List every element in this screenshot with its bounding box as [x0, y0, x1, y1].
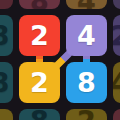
tile-value: 4	[77, 0, 96, 9]
game-board[interactable]: 848242828482	[0, 0, 120, 120]
tile-value: 8	[30, 0, 49, 9]
tile-value: 2	[30, 69, 49, 96]
tile-r1c2-chain[interactable]: 4	[66, 15, 107, 56]
tile-r2c0-dimmed: 8	[0, 62, 13, 103]
tile-r2c3-dimmed: 4	[113, 62, 120, 103]
tile-r2c1-chain[interactable]: 2	[19, 62, 60, 103]
tile-r3c3-dimmed	[113, 109, 120, 120]
tile-value: 4	[77, 22, 96, 49]
tile-value: 8	[77, 69, 96, 96]
tile-r3c0-dimmed	[0, 109, 13, 120]
tile-r1c0-dimmed: 8	[0, 15, 13, 56]
tile-r3c2-dimmed: 2	[66, 109, 107, 120]
tile-value: 8	[0, 69, 9, 96]
tile-value: 8	[30, 109, 49, 120]
tile-r0c3-dimmed	[113, 0, 120, 9]
tile-r0c2-dimmed: 4	[66, 0, 107, 9]
tile-value: 4	[113, 69, 120, 96]
tile-r1c3-dimmed: 2	[113, 15, 120, 56]
tile-r1c1-chain[interactable]: 2	[19, 15, 60, 56]
tile-r3c1-dimmed: 8	[19, 109, 60, 120]
tile-value: 2	[30, 22, 49, 49]
tile-value: 8	[0, 22, 9, 49]
tile-r2c2-chain[interactable]: 8	[66, 62, 107, 103]
tile-r0c1-dimmed: 8	[19, 0, 60, 9]
tile-value: 2	[77, 109, 96, 120]
tile-r0c0-dimmed	[0, 0, 13, 9]
tile-value: 2	[113, 22, 120, 49]
